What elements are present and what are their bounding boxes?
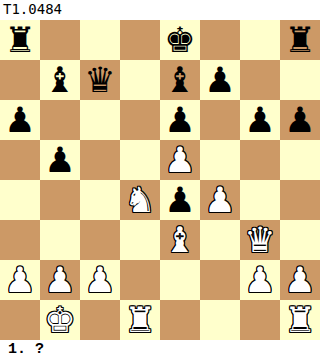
square-g2[interactable]: ♟ [240, 260, 280, 300]
square-h2[interactable]: ♟ [280, 260, 320, 300]
black-pawn-b5[interactable]: ♟ [40, 140, 80, 180]
square-f7[interactable]: ♟ [200, 60, 240, 100]
square-a8[interactable]: ♜ [0, 20, 40, 60]
square-d3[interactable] [120, 220, 160, 260]
square-d2[interactable] [120, 260, 160, 300]
square-c2[interactable]: ♟ [80, 260, 120, 300]
square-a6[interactable]: ♟ [0, 100, 40, 140]
square-c6[interactable] [80, 100, 120, 140]
chess-board: ♜♚♜♝♛♝♟♟♟♟♟♟♟♞♟♟♝♛♟♟♟♟♟♚♜♜ [0, 20, 320, 340]
square-a7[interactable] [0, 60, 40, 100]
black-pawn-f7[interactable]: ♟ [200, 60, 240, 100]
square-e6[interactable]: ♟ [160, 100, 200, 140]
black-bishop-b7[interactable]: ♝ [40, 60, 80, 100]
square-b2[interactable]: ♟ [40, 260, 80, 300]
white-pawn-e5[interactable]: ♟ [160, 140, 200, 180]
white-knight-d4[interactable]: ♞ [120, 180, 160, 220]
square-d1[interactable]: ♜ [120, 300, 160, 340]
square-g4[interactable] [240, 180, 280, 220]
chess-tactics-diagram: T1.0484 ♜♚♜♝♛♝♟♟♟♟♟♟♟♞♟♟♝♛♟♟♟♟♟♚♜♜ 1. ? [0, 0, 320, 360]
puzzle-id: T1.0484 [0, 0, 320, 20]
square-e2[interactable] [160, 260, 200, 300]
black-bishop-e7[interactable]: ♝ [160, 60, 200, 100]
square-c4[interactable] [80, 180, 120, 220]
square-d5[interactable] [120, 140, 160, 180]
square-g7[interactable] [240, 60, 280, 100]
white-pawn-b2[interactable]: ♟ [40, 260, 80, 300]
square-e3[interactable]: ♝ [160, 220, 200, 260]
square-a4[interactable] [0, 180, 40, 220]
white-pawn-g2[interactable]: ♟ [240, 260, 280, 300]
square-f4[interactable]: ♟ [200, 180, 240, 220]
white-rook-h1[interactable]: ♜ [280, 300, 320, 340]
black-rook-a8[interactable]: ♜ [0, 20, 40, 60]
square-b6[interactable] [40, 100, 80, 140]
white-rook-d1[interactable]: ♜ [120, 300, 160, 340]
white-pawn-h2[interactable]: ♟ [280, 260, 320, 300]
square-h5[interactable] [280, 140, 320, 180]
black-pawn-e6[interactable]: ♟ [160, 100, 200, 140]
square-h3[interactable] [280, 220, 320, 260]
black-pawn-a6[interactable]: ♟ [0, 100, 40, 140]
square-f3[interactable] [200, 220, 240, 260]
square-d4[interactable]: ♞ [120, 180, 160, 220]
square-d6[interactable] [120, 100, 160, 140]
square-a5[interactable] [0, 140, 40, 180]
square-b5[interactable]: ♟ [40, 140, 80, 180]
white-pawn-a2[interactable]: ♟ [0, 260, 40, 300]
white-pawn-f4[interactable]: ♟ [200, 180, 240, 220]
square-h7[interactable] [280, 60, 320, 100]
white-bishop-e3[interactable]: ♝ [160, 220, 200, 260]
move-prompt: 1. ? [0, 340, 320, 360]
square-a1[interactable] [0, 300, 40, 340]
square-h8[interactable]: ♜ [280, 20, 320, 60]
square-c7[interactable]: ♛ [80, 60, 120, 100]
square-c1[interactable] [80, 300, 120, 340]
square-c3[interactable] [80, 220, 120, 260]
square-g8[interactable] [240, 20, 280, 60]
square-c5[interactable] [80, 140, 120, 180]
square-d7[interactable] [120, 60, 160, 100]
square-e7[interactable]: ♝ [160, 60, 200, 100]
square-e1[interactable] [160, 300, 200, 340]
square-e5[interactable]: ♟ [160, 140, 200, 180]
square-b4[interactable] [40, 180, 80, 220]
black-king-e8[interactable]: ♚ [160, 20, 200, 60]
black-pawn-h6[interactable]: ♟ [280, 100, 320, 140]
square-d8[interactable] [120, 20, 160, 60]
square-f2[interactable] [200, 260, 240, 300]
square-e8[interactable]: ♚ [160, 20, 200, 60]
square-e4[interactable]: ♟ [160, 180, 200, 220]
square-a3[interactable] [0, 220, 40, 260]
white-king-b1[interactable]: ♚ [40, 300, 80, 340]
white-queen-g3[interactable]: ♛ [240, 220, 280, 260]
square-f8[interactable] [200, 20, 240, 60]
square-b7[interactable]: ♝ [40, 60, 80, 100]
square-b3[interactable] [40, 220, 80, 260]
square-h6[interactable]: ♟ [280, 100, 320, 140]
square-f6[interactable] [200, 100, 240, 140]
square-b1[interactable]: ♚ [40, 300, 80, 340]
square-b8[interactable] [40, 20, 80, 60]
square-g3[interactable]: ♛ [240, 220, 280, 260]
square-a2[interactable]: ♟ [0, 260, 40, 300]
square-g1[interactable] [240, 300, 280, 340]
square-f1[interactable] [200, 300, 240, 340]
white-pawn-c2[interactable]: ♟ [80, 260, 120, 300]
square-c8[interactable] [80, 20, 120, 60]
square-h1[interactable]: ♜ [280, 300, 320, 340]
square-g6[interactable]: ♟ [240, 100, 280, 140]
square-h4[interactable] [280, 180, 320, 220]
black-rook-h8[interactable]: ♜ [280, 20, 320, 60]
square-f5[interactable] [200, 140, 240, 180]
black-pawn-e4[interactable]: ♟ [160, 180, 200, 220]
square-g5[interactable] [240, 140, 280, 180]
black-queen-c7[interactable]: ♛ [80, 60, 120, 100]
black-pawn-g6[interactable]: ♟ [240, 100, 280, 140]
